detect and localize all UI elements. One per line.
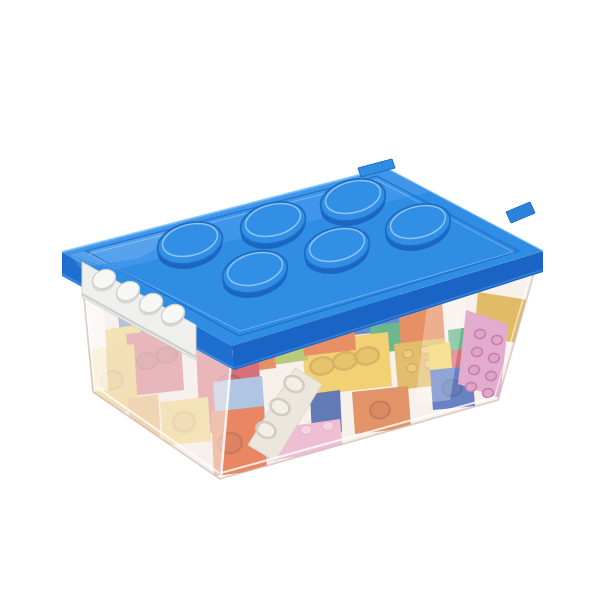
lid-right-tab <box>506 202 535 223</box>
product-photo <box>0 0 600 600</box>
storage-box-scene <box>0 0 600 600</box>
